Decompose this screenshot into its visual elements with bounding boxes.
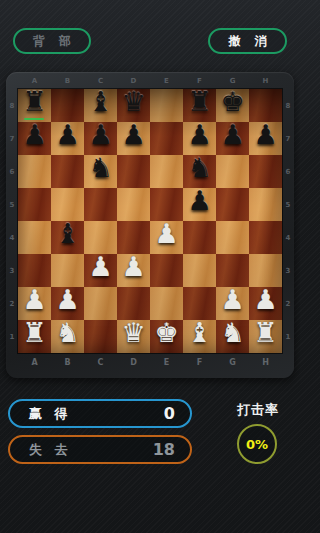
back-button[interactable]: 背 部 bbox=[13, 28, 91, 54]
coordinate-label: B bbox=[51, 358, 84, 367]
black-knight-piece[interactable]: ♞ bbox=[84, 151, 117, 184]
square-a4[interactable] bbox=[18, 221, 51, 254]
square-h1[interactable]: ♜ bbox=[249, 320, 282, 353]
white-king-piece[interactable]: ♚ bbox=[150, 316, 183, 349]
chess-board-frame: ABCDEFGH 87654321 ♜♝♛♜♚♟♟♟♟♟♟♟♞♞♟♝♟♟♟♟♟♟… bbox=[6, 72, 294, 378]
black-pawn-piece[interactable]: ♟ bbox=[18, 118, 51, 151]
coordinate-label: 7 bbox=[282, 122, 294, 155]
coordinate-label: 3 bbox=[6, 254, 18, 287]
won-stat-pill: 赢 得 0 bbox=[8, 399, 192, 428]
coordinate-label: E bbox=[150, 77, 183, 85]
square-h5[interactable] bbox=[249, 188, 282, 221]
black-pawn-piece[interactable]: ♟ bbox=[216, 118, 249, 151]
black-king-piece[interactable]: ♚ bbox=[216, 85, 249, 118]
black-pawn-piece[interactable]: ♟ bbox=[84, 118, 117, 151]
last-move-indicator bbox=[24, 118, 44, 120]
square-b7[interactable]: ♟ bbox=[51, 122, 84, 155]
square-g7[interactable]: ♟ bbox=[216, 122, 249, 155]
coordinate-label: 1 bbox=[282, 320, 294, 353]
undo-button-label: 撤 消 bbox=[223, 33, 271, 50]
coordinate-label: 1 bbox=[6, 320, 18, 353]
square-a7[interactable]: ♟ bbox=[18, 122, 51, 155]
white-pawn-piece[interactable]: ♟ bbox=[150, 217, 183, 250]
coordinate-label: 2 bbox=[282, 287, 294, 320]
square-g6[interactable] bbox=[216, 155, 249, 188]
black-pawn-piece[interactable]: ♟ bbox=[183, 118, 216, 151]
coordinate-label: 6 bbox=[282, 155, 294, 188]
square-g5[interactable] bbox=[216, 188, 249, 221]
rank-labels-left: 87654321 bbox=[6, 89, 18, 353]
coordinate-label: 3 bbox=[282, 254, 294, 287]
square-d1[interactable]: ♛ bbox=[117, 320, 150, 353]
square-e8[interactable] bbox=[150, 89, 183, 122]
square-d7[interactable]: ♟ bbox=[117, 122, 150, 155]
white-bishop-piece[interactable]: ♝ bbox=[183, 316, 216, 349]
white-pawn-piece[interactable]: ♟ bbox=[84, 250, 117, 283]
black-bishop-piece[interactable]: ♝ bbox=[84, 85, 117, 118]
lost-label: 失 去 bbox=[25, 441, 72, 459]
square-d5[interactable] bbox=[117, 188, 150, 221]
coordinate-label: A bbox=[18, 358, 51, 367]
square-h4[interactable] bbox=[249, 221, 282, 254]
coordinate-label: F bbox=[183, 358, 216, 367]
black-rook-piece[interactable]: ♜ bbox=[18, 85, 51, 118]
square-e6[interactable] bbox=[150, 155, 183, 188]
square-f3[interactable] bbox=[183, 254, 216, 287]
black-knight-piece[interactable]: ♞ bbox=[183, 151, 216, 184]
coordinate-label: 2 bbox=[6, 287, 18, 320]
hit-rate-circle: 0% bbox=[237, 424, 277, 464]
coordinate-label: 6 bbox=[6, 155, 18, 188]
white-pawn-piece[interactable]: ♟ bbox=[249, 283, 282, 316]
coordinate-label: 7 bbox=[6, 122, 18, 155]
square-c3[interactable]: ♟ bbox=[84, 254, 117, 287]
square-a1[interactable]: ♜ bbox=[18, 320, 51, 353]
square-g4[interactable] bbox=[216, 221, 249, 254]
white-knight-piece[interactable]: ♞ bbox=[216, 316, 249, 349]
coordinate-label: G bbox=[216, 358, 249, 367]
back-button-label: 背 部 bbox=[28, 33, 76, 50]
square-a5[interactable] bbox=[18, 188, 51, 221]
won-value: 0 bbox=[164, 404, 175, 423]
square-e1[interactable]: ♚ bbox=[150, 320, 183, 353]
coordinate-label: 5 bbox=[282, 188, 294, 221]
coordinate-label: C bbox=[84, 77, 117, 85]
square-e3[interactable] bbox=[150, 254, 183, 287]
square-h7[interactable]: ♟ bbox=[249, 122, 282, 155]
black-rook-piece[interactable]: ♜ bbox=[183, 85, 216, 118]
square-c1[interactable] bbox=[84, 320, 117, 353]
hit-rate-label: 打击率 bbox=[228, 401, 288, 419]
coordinate-label: F bbox=[183, 77, 216, 85]
white-pawn-piece[interactable]: ♟ bbox=[18, 283, 51, 316]
square-e7[interactable] bbox=[150, 122, 183, 155]
square-e4[interactable]: ♟ bbox=[150, 221, 183, 254]
square-d6[interactable] bbox=[117, 155, 150, 188]
chess-board[interactable]: ♜♝♛♜♚♟♟♟♟♟♟♟♞♞♟♝♟♟♟♟♟♟♟♜♞♛♚♝♞♜ bbox=[18, 89, 282, 353]
square-b6[interactable] bbox=[51, 155, 84, 188]
black-pawn-piece[interactable]: ♟ bbox=[249, 118, 282, 151]
white-pawn-piece[interactable]: ♟ bbox=[216, 283, 249, 316]
square-f4[interactable] bbox=[183, 221, 216, 254]
coordinate-label: H bbox=[249, 358, 282, 367]
black-pawn-piece[interactable]: ♟ bbox=[51, 118, 84, 151]
square-a6[interactable] bbox=[18, 155, 51, 188]
white-rook-piece[interactable]: ♜ bbox=[18, 316, 51, 349]
coordinate-label: 5 bbox=[6, 188, 18, 221]
white-rook-piece[interactable]: ♜ bbox=[249, 316, 282, 349]
white-queen-piece[interactable]: ♛ bbox=[117, 316, 150, 349]
square-b1[interactable]: ♞ bbox=[51, 320, 84, 353]
white-pawn-piece[interactable]: ♟ bbox=[117, 250, 150, 283]
black-pawn-piece[interactable]: ♟ bbox=[183, 184, 216, 217]
white-knight-piece[interactable]: ♞ bbox=[51, 316, 84, 349]
square-c6[interactable]: ♞ bbox=[84, 155, 117, 188]
coordinate-label: A bbox=[18, 77, 51, 85]
coordinate-label: D bbox=[117, 358, 150, 367]
undo-button[interactable]: 撤 消 bbox=[208, 28, 287, 54]
coordinate-label: 4 bbox=[6, 221, 18, 254]
coordinate-label: B bbox=[51, 77, 84, 85]
square-g1[interactable]: ♞ bbox=[216, 320, 249, 353]
file-labels-bottom: ABCDEFGH bbox=[18, 353, 282, 378]
hit-rate-value: 0% bbox=[246, 437, 268, 452]
lost-stat-pill: 失 去 18 bbox=[8, 435, 192, 464]
square-f5[interactable]: ♟ bbox=[183, 188, 216, 221]
black-queen-piece[interactable]: ♛ bbox=[117, 85, 150, 118]
square-b4[interactable]: ♝ bbox=[51, 221, 84, 254]
rank-labels-right: 87654321 bbox=[282, 89, 294, 353]
coordinate-label: E bbox=[150, 358, 183, 367]
white-pawn-piece[interactable]: ♟ bbox=[51, 283, 84, 316]
square-f1[interactable]: ♝ bbox=[183, 320, 216, 353]
black-pawn-piece[interactable]: ♟ bbox=[117, 118, 150, 151]
black-bishop-piece[interactable]: ♝ bbox=[51, 217, 84, 250]
coordinate-label: G bbox=[216, 77, 249, 85]
coordinate-label: D bbox=[117, 77, 150, 85]
square-c2[interactable] bbox=[84, 287, 117, 320]
coordinate-label: H bbox=[249, 77, 282, 85]
coordinate-label: C bbox=[84, 358, 117, 367]
coordinate-label: 8 bbox=[6, 89, 18, 122]
coordinate-label: 4 bbox=[282, 221, 294, 254]
won-label: 赢 得 bbox=[25, 405, 72, 423]
lost-value: 18 bbox=[153, 440, 175, 459]
square-d3[interactable]: ♟ bbox=[117, 254, 150, 287]
coordinate-label: 8 bbox=[282, 89, 294, 122]
square-h6[interactable] bbox=[249, 155, 282, 188]
square-c5[interactable] bbox=[84, 188, 117, 221]
